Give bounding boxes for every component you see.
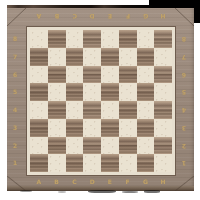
coordinate-label: 7 [9, 48, 21, 66]
square-e4 [101, 101, 119, 119]
square-f4 [119, 101, 137, 119]
coordinate-label: 4 [9, 101, 21, 119]
coordinate-label: 1 [178, 154, 190, 172]
coordinate-label: 7 [178, 48, 190, 66]
square-f7 [119, 48, 137, 66]
coordinate-label: D [83, 11, 101, 21]
square-h3 [154, 119, 172, 137]
square-b5 [48, 83, 66, 101]
square-f5 [119, 83, 137, 101]
square-g3 [137, 119, 155, 137]
square-b1 [48, 154, 66, 172]
square-g4 [137, 101, 155, 119]
square-h8 [154, 30, 172, 48]
board-grid [30, 30, 172, 172]
square-d1 [83, 154, 101, 172]
square-g2 [137, 137, 155, 155]
square-a6 [30, 66, 48, 84]
coordinate-label: G [137, 177, 155, 187]
square-c4 [66, 101, 84, 119]
shadow-dash [144, 190, 160, 193]
coordinate-label: 2 [178, 137, 190, 155]
coordinate-label: F [119, 11, 137, 21]
square-f3 [119, 119, 137, 137]
coordinate-label: 2 [9, 137, 21, 155]
square-e3 [101, 119, 119, 137]
coordinate-label: 3 [178, 119, 190, 137]
coordinate-label: 8 [178, 30, 190, 48]
square-h4 [154, 101, 172, 119]
coordinate-label: A [30, 177, 48, 187]
shadow-dash [58, 191, 66, 193]
frame-miter-top-right [175, 8, 194, 26]
square-b4 [48, 101, 66, 119]
coordinate-label: 5 [178, 83, 190, 101]
square-e5 [101, 83, 119, 101]
square-c6 [66, 66, 84, 84]
coordinate-label: 6 [178, 66, 190, 84]
coordinate-label: 3 [9, 119, 21, 137]
coordinate-label: H [154, 177, 172, 187]
square-e2 [101, 137, 119, 155]
square-g5 [137, 83, 155, 101]
coordinate-label: H [154, 11, 172, 21]
square-c2 [66, 137, 84, 155]
square-a3 [30, 119, 48, 137]
coordinate-label: 6 [9, 66, 21, 84]
square-c3 [66, 119, 84, 137]
square-f8 [119, 30, 137, 48]
square-c8 [66, 30, 84, 48]
square-h6 [154, 66, 172, 84]
square-a5 [30, 83, 48, 101]
shadow-dash [88, 190, 116, 193]
chessboard: ABCDEFGH ABCDEFGH 87654321 87654321 [7, 5, 194, 191]
board-back-edge [7, 5, 194, 8]
square-g7 [137, 48, 155, 66]
square-h5 [154, 83, 172, 101]
coordinate-label: 8 [9, 30, 21, 48]
square-e1 [101, 154, 119, 172]
square-f2 [119, 137, 137, 155]
square-f6 [119, 66, 137, 84]
coordinate-label: C [66, 177, 84, 187]
square-d3 [83, 119, 101, 137]
square-b2 [48, 137, 66, 155]
frame-miter-top-left [7, 8, 26, 26]
square-h7 [154, 48, 172, 66]
square-e6 [101, 66, 119, 84]
square-f1 [119, 154, 137, 172]
shadow-dash [122, 191, 138, 193]
square-c7 [66, 48, 84, 66]
square-a4 [30, 101, 48, 119]
square-c1 [66, 154, 84, 172]
square-a1 [30, 154, 48, 172]
coordinate-label: 5 [9, 83, 21, 101]
square-a2 [30, 137, 48, 155]
square-g1 [137, 154, 155, 172]
square-d5 [83, 83, 101, 101]
coordinate-label: C [66, 11, 84, 21]
square-d6 [83, 66, 101, 84]
coordinate-label: B [48, 11, 66, 21]
square-b6 [48, 66, 66, 84]
square-c5 [66, 83, 84, 101]
photo-backdrop-right-corner [193, 0, 200, 23]
coordinate-label: E [101, 177, 119, 187]
square-g6 [137, 66, 155, 84]
square-d7 [83, 48, 101, 66]
square-h1 [154, 154, 172, 172]
square-h2 [154, 137, 172, 155]
square-a7 [30, 48, 48, 66]
coordinate-label: D [83, 177, 101, 187]
square-d2 [83, 137, 101, 155]
coordinate-label: A [30, 11, 48, 21]
coordinate-label: B [48, 177, 66, 187]
square-b7 [48, 48, 66, 66]
square-d4 [83, 101, 101, 119]
square-e8 [101, 30, 119, 48]
product-photo-empty-chessboard: { "game": "chess", "position": { "fen": … [0, 0, 200, 200]
square-g8 [137, 30, 155, 48]
square-d8 [83, 30, 101, 48]
coordinate-label: 1 [9, 154, 21, 172]
coordinate-label: E [101, 11, 119, 21]
square-b3 [48, 119, 66, 137]
shadow-dash [20, 190, 32, 192]
square-b8 [48, 30, 66, 48]
coordinate-label: F [119, 177, 137, 187]
square-e7 [101, 48, 119, 66]
square-a8 [30, 30, 48, 48]
playing-field-border [26, 26, 176, 176]
coordinate-label: G [137, 11, 155, 21]
coordinate-label: 4 [178, 101, 190, 119]
